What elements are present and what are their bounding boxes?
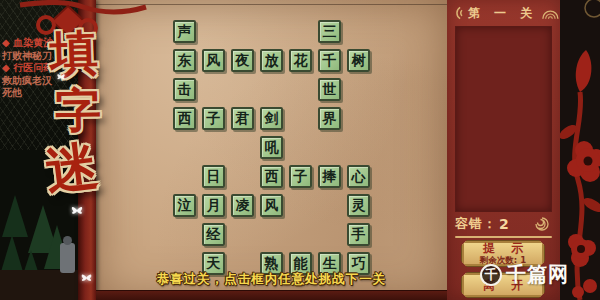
level-header: 第 一 关 — [447, 3, 560, 23]
game-screen: ◆ 血染黄沙 打败神秘刀 ◆ 行医问药 救助疯老汉 死他 声三东风夜放花千树击世… — [0, 0, 600, 300]
watermark: 千 千篇网 — [480, 261, 569, 288]
tile-r2-c5[interactable]: 世 — [318, 78, 341, 101]
tile-r6-c1[interactable]: 月 — [202, 194, 225, 217]
quest-line: ◆ 行医问药 — [2, 62, 82, 75]
tile-r1-c4[interactable]: 花 — [289, 49, 312, 72]
crossword-grid: 声三东风夜放花千树击世西子君剑界吼日西子捧心泣月凌风灵经手天熟能生巧 — [173, 20, 371, 276]
coin-icon: 千 — [480, 264, 502, 286]
level-title: 第 一 关 — [468, 5, 537, 22]
quest-log: ◆ 血染黄沙 打败神秘刀 ◆ 行医问药 救助疯老汉 死他 — [2, 37, 82, 100]
board-left-border — [78, 0, 96, 300]
spiral-ornament-icon — [534, 216, 550, 232]
quest-line: ◆ 血染黄沙 — [2, 37, 82, 50]
tile-r1-c2[interactable]: 夜 — [231, 49, 254, 72]
tile-r6-c3[interactable]: 风 — [260, 194, 283, 217]
paper-seam — [96, 4, 447, 5]
watermark-text: 千篇网 — [506, 261, 569, 288]
tile-r5-c6[interactable]: 心 — [347, 165, 370, 188]
tile-r5-c4[interactable]: 子 — [289, 165, 312, 188]
tile-r4-c3[interactable]: 吼 — [260, 136, 283, 159]
tile-r3-c2[interactable]: 君 — [231, 107, 254, 130]
tolerance-value: 2 — [499, 216, 509, 232]
quest-line: 死他 — [2, 87, 82, 100]
tolerance-row: 容错： 2 — [455, 215, 552, 233]
background-decoration — [560, 0, 600, 300]
tile-r1-c6[interactable]: 树 — [347, 49, 370, 72]
tile-r0-c5[interactable]: 三 — [318, 20, 341, 43]
quest-line: 救助疯老汉 — [2, 75, 82, 88]
tile-r3-c0[interactable]: 西 — [173, 107, 196, 130]
fan-ornament-icon — [541, 5, 560, 21]
tolerance-label: 容错： — [455, 215, 497, 233]
tile-r3-c3[interactable]: 剑 — [260, 107, 283, 130]
tile-r6-c0[interactable]: 泣 — [173, 194, 196, 217]
clue-box — [455, 26, 552, 212]
butterfly-sparkle — [56, 72, 66, 81]
tile-r1-c1[interactable]: 风 — [202, 49, 225, 72]
tile-r1-c5[interactable]: 千 — [318, 49, 341, 72]
level-complete-message: 恭喜过关，点击框内任意处挑战下一关 — [96, 271, 447, 288]
paper-cut-flower — [560, 0, 600, 300]
tile-r1-c0[interactable]: 东 — [173, 49, 196, 72]
tile-r3-c1[interactable]: 子 — [202, 107, 225, 130]
quest-line: 打败神秘刀 — [2, 50, 82, 63]
tile-r1-c3[interactable]: 放 — [260, 49, 283, 72]
tile-r5-c5[interactable]: 捧 — [318, 165, 341, 188]
divider-line — [455, 236, 552, 238]
hint-button-label: 提 示 — [477, 242, 529, 255]
butterfly-sparkle — [70, 204, 84, 216]
pine-tree — [2, 195, 28, 237]
butterfly-sparkle — [80, 272, 93, 283]
npc-sprite — [60, 243, 75, 273]
tile-r7-c1[interactable]: 经 — [202, 223, 225, 246]
pine-tree — [0, 235, 24, 275]
tile-r5-c3[interactable]: 西 — [260, 165, 283, 188]
side-panel: 第 一 关 容错： 2 提 示 剩余次数: 1 离 开 — [447, 0, 560, 300]
tile-r7-c6[interactable]: 手 — [347, 223, 370, 246]
puzzle-board[interactable]: 声三东风夜放花千树击世西子君剑界吼日西子捧心泣月凌风灵经手天熟能生巧 恭喜过关，… — [96, 0, 447, 300]
tile-r0-c0[interactable]: 声 — [173, 20, 196, 43]
tile-r6-c2[interactable]: 凌 — [231, 194, 254, 217]
tile-r2-c0[interactable]: 击 — [173, 78, 196, 101]
tile-r3-c5[interactable]: 界 — [318, 107, 341, 130]
tile-r6-c6[interactable]: 灵 — [347, 194, 370, 217]
tile-r5-c1[interactable]: 日 — [202, 165, 225, 188]
frame-bottom-bar — [96, 290, 447, 300]
cloud-scroll-icon — [447, 5, 464, 21]
